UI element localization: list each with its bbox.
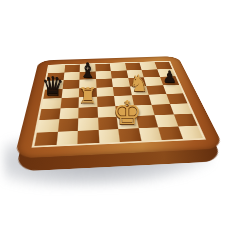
black-pawn[interactable]: ♟ (162, 69, 176, 85)
black-queen[interactable]: ♛ (41, 73, 64, 99)
chessboard-photo-scene: ♝♟♛♞♜♚ (0, 0, 228, 228)
white-rook[interactable]: ♜ (78, 85, 98, 107)
pieces-layer: ♝♟♛♞♜♚ (0, 0, 228, 228)
white-knight[interactable]: ♞ (129, 72, 150, 95)
black-bishop[interactable]: ♝ (79, 60, 97, 80)
white-king[interactable]: ♚ (113, 96, 143, 129)
